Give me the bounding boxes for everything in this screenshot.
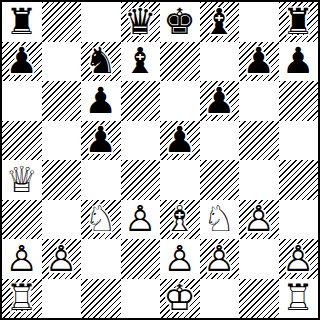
piece-white-bishop: ♝♗ bbox=[160, 200, 200, 240]
square-f5[interactable] bbox=[200, 121, 240, 161]
square-a4[interactable]: ♛♕ bbox=[2, 160, 42, 200]
piece-black-rook: ♜♜ bbox=[2, 2, 42, 42]
piece-glyph-layer: ♙ bbox=[42, 239, 82, 279]
square-f7[interactable] bbox=[200, 42, 240, 82]
square-b7[interactable] bbox=[42, 42, 82, 82]
piece-glyph-layer: ♟ bbox=[239, 42, 279, 82]
square-d4[interactable] bbox=[121, 160, 161, 200]
piece-glyph-layer: ♗ bbox=[160, 200, 200, 240]
piece-glyph-layer: ♞ bbox=[81, 42, 121, 82]
square-f1[interactable] bbox=[200, 279, 240, 319]
piece-white-pawn: ♟♙ bbox=[160, 239, 200, 279]
square-d6[interactable] bbox=[121, 81, 161, 121]
chess-board: ♜♜♛♛♚♚♝♝♜♜♟♟♞♞♝♝♟♟♟♟♟♟♟♟♟♟♟♟♛♕♞♘♟♙♝♗♞♘♟♙… bbox=[0, 0, 320, 320]
square-c3[interactable]: ♞♘ bbox=[81, 200, 121, 240]
piece-glyph-layer: ♟ bbox=[81, 81, 121, 121]
piece-black-pawn: ♟♟ bbox=[81, 81, 121, 121]
piece-glyph-layer: ♝ bbox=[200, 2, 240, 42]
square-g3[interactable]: ♟♙ bbox=[239, 200, 279, 240]
square-h8[interactable]: ♜♜ bbox=[279, 2, 319, 42]
square-a3[interactable] bbox=[2, 200, 42, 240]
square-e5[interactable]: ♟♟ bbox=[160, 121, 200, 161]
piece-glyph-layer: ♘ bbox=[81, 200, 121, 240]
piece-white-king: ♚♔ bbox=[160, 279, 200, 319]
piece-glyph-layer: ♛ bbox=[121, 2, 161, 42]
square-b5[interactable] bbox=[42, 121, 82, 161]
piece-glyph-layer: ♖ bbox=[279, 279, 319, 319]
square-a2[interactable]: ♟♙ bbox=[2, 239, 42, 279]
piece-black-pawn: ♟♟ bbox=[81, 121, 121, 161]
square-b6[interactable] bbox=[42, 81, 82, 121]
piece-glyph-layer: ♟ bbox=[200, 81, 240, 121]
square-g1[interactable] bbox=[239, 279, 279, 319]
square-f3[interactable]: ♞♘ bbox=[200, 200, 240, 240]
square-e2[interactable]: ♟♙ bbox=[160, 239, 200, 279]
piece-white-rook: ♜♖ bbox=[279, 279, 319, 319]
square-d1[interactable] bbox=[121, 279, 161, 319]
piece-white-pawn: ♟♙ bbox=[200, 239, 240, 279]
square-h3[interactable] bbox=[279, 200, 319, 240]
piece-white-rook: ♜♖ bbox=[2, 279, 42, 319]
piece-glyph-layer: ♜ bbox=[279, 2, 319, 42]
square-d2[interactable] bbox=[121, 239, 161, 279]
piece-glyph-layer: ♝ bbox=[121, 42, 161, 82]
square-h6[interactable] bbox=[279, 81, 319, 121]
piece-glyph-layer: ♚ bbox=[160, 2, 200, 42]
square-b2[interactable]: ♟♙ bbox=[42, 239, 82, 279]
piece-glyph-layer: ♜ bbox=[2, 2, 42, 42]
piece-black-pawn: ♟♟ bbox=[279, 42, 319, 82]
piece-black-queen: ♛♛ bbox=[121, 2, 161, 42]
piece-glyph-layer: ♔ bbox=[160, 279, 200, 319]
square-f2[interactable]: ♟♙ bbox=[200, 239, 240, 279]
square-c5[interactable]: ♟♟ bbox=[81, 121, 121, 161]
piece-white-pawn: ♟♙ bbox=[239, 200, 279, 240]
square-a6[interactable] bbox=[2, 81, 42, 121]
piece-glyph-layer: ♟ bbox=[2, 42, 42, 82]
square-h7[interactable]: ♟♟ bbox=[279, 42, 319, 82]
square-e8[interactable]: ♚♚ bbox=[160, 2, 200, 42]
square-e1[interactable]: ♚♔ bbox=[160, 279, 200, 319]
square-c4[interactable] bbox=[81, 160, 121, 200]
piece-black-pawn: ♟♟ bbox=[200, 81, 240, 121]
square-c7[interactable]: ♞♞ bbox=[81, 42, 121, 82]
square-a8[interactable]: ♜♜ bbox=[2, 2, 42, 42]
piece-white-pawn: ♟♙ bbox=[279, 239, 319, 279]
piece-glyph-layer: ♘ bbox=[200, 200, 240, 240]
square-a7[interactable]: ♟♟ bbox=[2, 42, 42, 82]
square-h2[interactable]: ♟♙ bbox=[279, 239, 319, 279]
square-c6[interactable]: ♟♟ bbox=[81, 81, 121, 121]
square-c1[interactable] bbox=[81, 279, 121, 319]
piece-black-pawn: ♟♟ bbox=[160, 121, 200, 161]
square-f6[interactable]: ♟♟ bbox=[200, 81, 240, 121]
square-c2[interactable] bbox=[81, 239, 121, 279]
piece-glyph-layer: ♟ bbox=[81, 121, 121, 161]
square-a5[interactable] bbox=[2, 121, 42, 161]
square-d8[interactable]: ♛♛ bbox=[121, 2, 161, 42]
piece-black-king: ♚♚ bbox=[160, 2, 200, 42]
piece-glyph-layer: ♕ bbox=[2, 160, 42, 200]
square-e4[interactable] bbox=[160, 160, 200, 200]
square-h1[interactable]: ♜♖ bbox=[279, 279, 319, 319]
piece-black-pawn: ♟♟ bbox=[2, 42, 42, 82]
square-e7[interactable] bbox=[160, 42, 200, 82]
square-f4[interactable] bbox=[200, 160, 240, 200]
piece-white-pawn: ♟♙ bbox=[121, 200, 161, 240]
square-g2[interactable] bbox=[239, 239, 279, 279]
square-h4[interactable] bbox=[279, 160, 319, 200]
square-d5[interactable] bbox=[121, 121, 161, 161]
piece-black-rook: ♜♜ bbox=[279, 2, 319, 42]
piece-glyph-layer: ♙ bbox=[279, 239, 319, 279]
piece-glyph-layer: ♙ bbox=[200, 239, 240, 279]
square-a1[interactable]: ♜♖ bbox=[2, 279, 42, 319]
square-g7[interactable]: ♟♟ bbox=[239, 42, 279, 82]
square-d7[interactable]: ♝♝ bbox=[121, 42, 161, 82]
piece-glyph-layer: ♖ bbox=[2, 279, 42, 319]
piece-glyph-layer: ♟ bbox=[160, 121, 200, 161]
piece-glyph-layer: ♙ bbox=[239, 200, 279, 240]
piece-black-pawn: ♟♟ bbox=[239, 42, 279, 82]
piece-glyph-layer: ♙ bbox=[2, 239, 42, 279]
square-c8[interactable] bbox=[81, 2, 121, 42]
square-g8[interactable] bbox=[239, 2, 279, 42]
square-g6[interactable] bbox=[239, 81, 279, 121]
square-b4[interactable] bbox=[42, 160, 82, 200]
piece-white-pawn: ♟♙ bbox=[2, 239, 42, 279]
piece-white-queen: ♛♕ bbox=[2, 160, 42, 200]
piece-white-knight: ♞♘ bbox=[200, 200, 240, 240]
piece-black-bishop: ♝♝ bbox=[200, 2, 240, 42]
square-b8[interactable] bbox=[42, 2, 82, 42]
piece-black-bishop: ♝♝ bbox=[121, 42, 161, 82]
square-h5[interactable] bbox=[279, 121, 319, 161]
square-g4[interactable] bbox=[239, 160, 279, 200]
square-d3[interactable]: ♟♙ bbox=[121, 200, 161, 240]
square-b3[interactable] bbox=[42, 200, 82, 240]
square-f8[interactable]: ♝♝ bbox=[200, 2, 240, 42]
square-e6[interactable] bbox=[160, 81, 200, 121]
piece-white-pawn: ♟♙ bbox=[42, 239, 82, 279]
piece-glyph-layer: ♟ bbox=[279, 42, 319, 82]
square-e3[interactable]: ♝♗ bbox=[160, 200, 200, 240]
square-b1[interactable] bbox=[42, 279, 82, 319]
piece-white-knight: ♞♘ bbox=[81, 200, 121, 240]
piece-glyph-layer: ♙ bbox=[160, 239, 200, 279]
piece-glyph-layer: ♙ bbox=[121, 200, 161, 240]
piece-black-knight: ♞♞ bbox=[81, 42, 121, 82]
square-g5[interactable] bbox=[239, 121, 279, 161]
